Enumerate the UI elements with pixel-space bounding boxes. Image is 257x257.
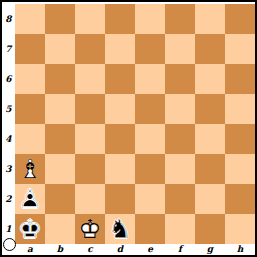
square-f2[interactable]	[165, 184, 195, 214]
square-a2[interactable]: ♟♙	[15, 184, 45, 214]
square-g4[interactable]	[195, 124, 225, 154]
square-d8[interactable]	[105, 4, 135, 34]
square-b1[interactable]	[45, 214, 75, 244]
rank-label-2: 2	[2, 184, 15, 214]
square-e5[interactable]	[135, 94, 165, 124]
square-c1[interactable]: ♚♔	[75, 214, 105, 244]
square-d4[interactable]	[105, 124, 135, 154]
square-c6[interactable]	[75, 64, 105, 94]
square-a6[interactable]	[15, 64, 45, 94]
square-g8[interactable]	[195, 4, 225, 34]
black-king-outline: ♔	[15, 214, 45, 244]
rank-label-6: 6	[2, 64, 15, 94]
black-knight: ♞♘	[105, 214, 135, 244]
square-c3[interactable]	[75, 154, 105, 184]
square-h3[interactable]	[225, 154, 255, 184]
square-a8[interactable]	[15, 4, 45, 34]
square-d3[interactable]	[105, 154, 135, 184]
square-a5[interactable]	[15, 94, 45, 124]
square-g3[interactable]	[195, 154, 225, 184]
square-e7[interactable]	[135, 34, 165, 64]
square-e2[interactable]	[135, 184, 165, 214]
square-h5[interactable]	[225, 94, 255, 124]
square-d2[interactable]	[105, 184, 135, 214]
file-label-b: b	[45, 244, 75, 255]
chess-diagram: 87654321 ♝♗♟♙♚♔♚♔♞♘ abcdefgh	[0, 0, 257, 257]
square-h4[interactable]	[225, 124, 255, 154]
chess-board: ♝♗♟♙♚♔♚♔♞♘	[15, 4, 255, 244]
square-e1[interactable]	[135, 214, 165, 244]
square-d7[interactable]	[105, 34, 135, 64]
file-label-f: f	[165, 244, 195, 255]
square-f3[interactable]	[165, 154, 195, 184]
square-d1[interactable]: ♞♘	[105, 214, 135, 244]
white-king: ♚♔	[75, 214, 105, 244]
square-a1[interactable]: ♚♔	[15, 214, 45, 244]
square-d6[interactable]	[105, 64, 135, 94]
square-h8[interactable]	[225, 4, 255, 34]
white-king-outline: ♔	[75, 214, 105, 244]
square-c5[interactable]	[75, 94, 105, 124]
black-knight-outline: ♘	[105, 214, 135, 244]
square-d5[interactable]	[105, 94, 135, 124]
file-label-g: g	[195, 244, 225, 255]
rank-label-7: 7	[2, 34, 15, 64]
square-b5[interactable]	[45, 94, 75, 124]
square-b4[interactable]	[45, 124, 75, 154]
rank-label-5: 5	[2, 94, 15, 124]
square-g1[interactable]	[195, 214, 225, 244]
file-label-a: a	[15, 244, 45, 255]
square-f5[interactable]	[165, 94, 195, 124]
black-pawn: ♟♙	[15, 184, 45, 214]
file-label-e: e	[135, 244, 165, 255]
square-f7[interactable]	[165, 34, 195, 64]
black-king: ♚♔	[15, 214, 45, 244]
square-b2[interactable]	[45, 184, 75, 214]
square-g2[interactable]	[195, 184, 225, 214]
square-h2[interactable]	[225, 184, 255, 214]
square-b6[interactable]	[45, 64, 75, 94]
rank-label-4: 4	[2, 124, 15, 154]
square-e4[interactable]	[135, 124, 165, 154]
square-a3[interactable]: ♝♗	[15, 154, 45, 184]
square-b7[interactable]	[45, 34, 75, 64]
file-label-c: c	[75, 244, 105, 255]
square-f4[interactable]	[165, 124, 195, 154]
square-h6[interactable]	[225, 64, 255, 94]
rank-labels: 87654321	[2, 4, 15, 244]
square-h7[interactable]	[225, 34, 255, 64]
square-b8[interactable]	[45, 4, 75, 34]
square-g7[interactable]	[195, 34, 225, 64]
square-c8[interactable]	[75, 4, 105, 34]
square-a7[interactable]	[15, 34, 45, 64]
square-a4[interactable]	[15, 124, 45, 154]
rank-label-8: 8	[2, 4, 15, 34]
file-label-h: h	[225, 244, 255, 255]
black-pawn-outline: ♙	[15, 184, 45, 214]
square-b3[interactable]	[45, 154, 75, 184]
file-label-d: d	[105, 244, 135, 255]
square-h1[interactable]	[225, 214, 255, 244]
square-f8[interactable]	[165, 4, 195, 34]
square-f6[interactable]	[165, 64, 195, 94]
square-g6[interactable]	[195, 64, 225, 94]
square-c7[interactable]	[75, 34, 105, 64]
square-f1[interactable]	[165, 214, 195, 244]
white-to-move-indicator	[3, 238, 16, 251]
square-g5[interactable]	[195, 94, 225, 124]
square-e8[interactable]	[135, 4, 165, 34]
square-e3[interactable]	[135, 154, 165, 184]
square-c4[interactable]	[75, 124, 105, 154]
file-labels: abcdefgh	[15, 244, 255, 255]
square-e6[interactable]	[135, 64, 165, 94]
white-bishop-outline: ♗	[15, 154, 45, 184]
rank-label-3: 3	[2, 154, 15, 184]
white-bishop: ♝♗	[15, 154, 45, 184]
square-c2[interactable]	[75, 184, 105, 214]
